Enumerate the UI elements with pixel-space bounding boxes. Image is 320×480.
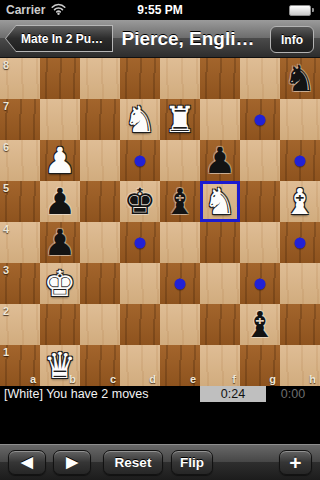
- piece-black-P-b5: ♟: [40, 181, 80, 222]
- rank-label-7: 7: [3, 100, 9, 112]
- square-f7[interactable]: [200, 99, 240, 140]
- square-a6[interactable]: 6: [0, 140, 40, 181]
- legal-move-dot-e3[interactable]: [175, 278, 186, 289]
- square-a8[interactable]: 8: [0, 58, 40, 99]
- add-button[interactable]: +: [279, 450, 312, 475]
- square-c5[interactable]: [80, 181, 120, 222]
- square-f5[interactable]: ♞: [200, 181, 240, 222]
- piece-white-N-d7: ♞: [120, 99, 160, 140]
- square-d1[interactable]: d: [120, 345, 160, 386]
- square-h5[interactable]: ♝: [280, 181, 320, 222]
- left-arrow-icon: ◀: [21, 453, 33, 471]
- square-e8[interactable]: [160, 58, 200, 99]
- square-h6[interactable]: [280, 140, 320, 181]
- piece-black-P-b4: ♟: [40, 222, 80, 263]
- square-b6[interactable]: ♟: [40, 140, 80, 181]
- piece-black-K-d5: ♚: [120, 181, 160, 222]
- square-b2[interactable]: [40, 304, 80, 345]
- square-c1[interactable]: c: [80, 345, 120, 386]
- info-button[interactable]: Info: [270, 26, 314, 53]
- square-h8[interactable]: ♞: [280, 58, 320, 99]
- square-d8[interactable]: [120, 58, 160, 99]
- file-label-e: e: [190, 373, 196, 385]
- file-label-a: a: [30, 373, 36, 385]
- square-d3[interactable]: [120, 263, 160, 304]
- square-e2[interactable]: [160, 304, 200, 345]
- square-f1[interactable]: f: [200, 345, 240, 386]
- square-e5[interactable]: ♝: [160, 181, 200, 222]
- move-status-text: [White] You have 2 moves: [0, 387, 200, 401]
- square-f3[interactable]: [200, 263, 240, 304]
- file-label-c: c: [110, 373, 116, 385]
- square-b5[interactable]: ♟: [40, 181, 80, 222]
- back-button[interactable]: Mate In 2 Pu…: [5, 25, 113, 52]
- previous-move-button[interactable]: ◀: [8, 450, 46, 475]
- square-d5[interactable]: ♚: [120, 181, 160, 222]
- reset-button[interactable]: Reset: [103, 450, 163, 475]
- square-b3[interactable]: ♚: [40, 263, 80, 304]
- message-bar: [White] You have 2 moves 0:24 0:00: [0, 386, 320, 402]
- piece-white-R-e7: ♜: [160, 99, 200, 140]
- black-clock: 0:00: [266, 386, 320, 402]
- square-g5[interactable]: [240, 181, 280, 222]
- flip-button[interactable]: Flip: [171, 450, 213, 475]
- piece-white-P-b6: ♟: [40, 140, 80, 181]
- square-d6[interactable]: [120, 140, 160, 181]
- file-label-b: b: [69, 373, 76, 385]
- square-e7[interactable]: ♜: [160, 99, 200, 140]
- square-g2[interactable]: ♝: [240, 304, 280, 345]
- legal-move-dot-g7[interactable]: [255, 114, 266, 125]
- square-g3[interactable]: [240, 263, 280, 304]
- legal-move-dot-h6[interactable]: [295, 155, 306, 166]
- lower-spacer: [0, 402, 320, 443]
- square-h7[interactable]: [280, 99, 320, 140]
- square-d4[interactable]: [120, 222, 160, 263]
- square-a3[interactable]: 3: [0, 263, 40, 304]
- square-d2[interactable]: [120, 304, 160, 345]
- square-b4[interactable]: ♟: [40, 222, 80, 263]
- square-h3[interactable]: [280, 263, 320, 304]
- next-move-button[interactable]: ▶: [53, 450, 91, 475]
- piece-white-N-f5: ♞: [200, 181, 240, 222]
- right-arrow-icon: ▶: [66, 453, 78, 471]
- square-e3[interactable]: [160, 263, 200, 304]
- file-label-g: g: [269, 373, 276, 385]
- square-g4[interactable]: [240, 222, 280, 263]
- bottom-toolbar: ◀ ▶ Reset Flip +: [0, 443, 320, 480]
- back-button-label: Mate In 2 Pu…: [6, 26, 112, 51]
- square-e1[interactable]: e: [160, 345, 200, 386]
- white-clock: 0:24: [200, 386, 266, 402]
- square-f4[interactable]: [200, 222, 240, 263]
- legal-move-dot-d4[interactable]: [135, 237, 146, 248]
- square-h2[interactable]: [280, 304, 320, 345]
- rank-label-3: 3: [3, 264, 9, 276]
- legal-move-dot-h4[interactable]: [295, 237, 306, 248]
- square-c6[interactable]: [80, 140, 120, 181]
- flip-button-label: Flip: [180, 455, 204, 470]
- square-b1[interactable]: b♛: [40, 345, 80, 386]
- clock-time: 9:55 PM: [0, 3, 320, 17]
- nav-bar: Mate In 2 Pu… Pierce, Engli… Info: [0, 20, 320, 58]
- rank-label-1: 1: [3, 346, 9, 358]
- square-e4[interactable]: [160, 222, 200, 263]
- file-label-d: d: [149, 373, 156, 385]
- rank-label-4: 4: [3, 223, 9, 235]
- chess-board: 8♞7♞♜6♟♟5♟♚♝♞♝4♟3♚2♝1ab♛cdefgh: [0, 58, 320, 386]
- rank-label-5: 5: [3, 182, 9, 194]
- square-c3[interactable]: [80, 263, 120, 304]
- square-g8[interactable]: [240, 58, 280, 99]
- square-a5[interactable]: 5: [0, 181, 40, 222]
- square-f6[interactable]: ♟: [200, 140, 240, 181]
- info-button-label: Info: [281, 33, 303, 47]
- square-a2[interactable]: 2: [0, 304, 40, 345]
- square-c2[interactable]: [80, 304, 120, 345]
- piece-black-N-h8: ♞: [280, 58, 320, 99]
- square-f8[interactable]: [200, 58, 240, 99]
- piece-black-B-e5: ♝: [160, 181, 200, 222]
- piece-black-B-g2: ♝: [240, 304, 280, 345]
- square-b7[interactable]: [40, 99, 80, 140]
- piece-white-K-b3: ♚: [40, 263, 80, 304]
- square-a1[interactable]: 1a: [0, 345, 40, 386]
- status-bar: Carrier 9:55 PM: [0, 0, 320, 20]
- square-g7[interactable]: [240, 99, 280, 140]
- legal-move-dot-g3[interactable]: [255, 278, 266, 289]
- page-title: Pierce, Engli…: [108, 28, 268, 50]
- square-c4[interactable]: [80, 222, 120, 263]
- square-g1[interactable]: g: [240, 345, 280, 386]
- plus-icon: +: [289, 452, 301, 473]
- square-h1[interactable]: h: [280, 345, 320, 386]
- reset-button-label: Reset: [115, 455, 152, 470]
- square-b8[interactable]: [40, 58, 80, 99]
- legal-move-dot-d6[interactable]: [135, 155, 146, 166]
- rank-label-8: 8: [3, 59, 9, 71]
- square-f2[interactable]: [200, 304, 240, 345]
- piece-white-B-h5: ♝: [280, 181, 320, 222]
- piece-black-P-f6: ♟: [200, 140, 240, 181]
- square-c7[interactable]: [80, 99, 120, 140]
- square-a4[interactable]: 4: [0, 222, 40, 263]
- rank-label-2: 2: [3, 305, 9, 317]
- square-e6[interactable]: [160, 140, 200, 181]
- square-d7[interactable]: ♞: [120, 99, 160, 140]
- rank-label-6: 6: [3, 141, 9, 153]
- square-h4[interactable]: [280, 222, 320, 263]
- square-c8[interactable]: [80, 58, 120, 99]
- file-label-f: f: [232, 373, 236, 385]
- square-a7[interactable]: 7: [0, 99, 40, 140]
- app-screen: Carrier 9:55 PM Mate In 2 Pu… Pierce, En…: [0, 0, 320, 480]
- file-label-h: h: [309, 373, 316, 385]
- square-g6[interactable]: [240, 140, 280, 181]
